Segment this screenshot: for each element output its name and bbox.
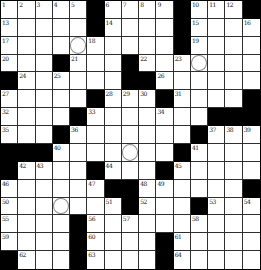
- white-cell[interactable]: [139, 162, 156, 180]
- white-cell[interactable]: [208, 19, 225, 37]
- black-cell: [70, 215, 87, 233]
- white-cell[interactable]: 51: [105, 198, 122, 216]
- clue-number: 16: [244, 19, 251, 26]
- black-cell: [70, 251, 87, 269]
- white-cell[interactable]: [139, 37, 156, 55]
- clue-number: 51: [106, 198, 113, 205]
- black-cell: [1, 251, 18, 269]
- clue-number: 31: [175, 90, 182, 97]
- white-cell[interactable]: [243, 55, 260, 73]
- clue-number: 18: [88, 37, 95, 44]
- white-cell[interactable]: [18, 198, 35, 216]
- white-cell[interactable]: [36, 90, 53, 108]
- clue-number: 13: [2, 19, 9, 26]
- white-cell[interactable]: [53, 215, 70, 233]
- white-cell[interactable]: [53, 198, 70, 216]
- white-cell[interactable]: [208, 55, 225, 73]
- clue-number: 7: [123, 1, 126, 8]
- white-cell[interactable]: [122, 233, 139, 251]
- clue-number: 56: [88, 215, 95, 222]
- white-cell[interactable]: 26: [156, 72, 173, 90]
- white-cell[interactable]: 31: [174, 90, 191, 108]
- white-cell[interactable]: [208, 215, 225, 233]
- white-cell[interactable]: [208, 251, 225, 269]
- white-cell[interactable]: [122, 37, 139, 55]
- white-cell[interactable]: 8: [139, 1, 156, 19]
- white-cell[interactable]: [18, 215, 35, 233]
- white-cell[interactable]: [225, 251, 242, 269]
- white-cell[interactable]: [225, 19, 242, 37]
- white-cell[interactable]: 21: [70, 55, 87, 73]
- white-cell[interactable]: [174, 108, 191, 126]
- white-cell[interactable]: 57: [122, 215, 139, 233]
- white-cell[interactable]: 50: [1, 198, 18, 216]
- clue-number: 38: [226, 126, 233, 133]
- white-cell[interactable]: 1: [1, 1, 18, 19]
- white-cell[interactable]: [139, 144, 156, 162]
- white-cell[interactable]: [243, 162, 260, 180]
- clue-number: 60: [88, 233, 95, 240]
- white-cell[interactable]: [208, 90, 225, 108]
- white-cell[interactable]: [36, 180, 53, 198]
- white-cell[interactable]: [70, 19, 87, 37]
- black-cell: [1, 144, 18, 162]
- white-cell[interactable]: [70, 180, 87, 198]
- white-cell[interactable]: [105, 37, 122, 55]
- white-cell[interactable]: [36, 233, 53, 251]
- white-cell[interactable]: [36, 19, 53, 37]
- white-cell[interactable]: [243, 215, 260, 233]
- white-cell[interactable]: 45: [174, 162, 191, 180]
- clue-number: 15: [192, 19, 199, 26]
- black-cell: [122, 55, 139, 73]
- white-cell[interactable]: [174, 180, 191, 198]
- white-cell[interactable]: [243, 72, 260, 90]
- black-cell: [87, 162, 104, 180]
- black-cell: [174, 144, 191, 162]
- white-cell[interactable]: 58: [191, 215, 208, 233]
- white-cell[interactable]: 43: [36, 162, 53, 180]
- white-cell[interactable]: [70, 144, 87, 162]
- black-cell: [105, 180, 122, 198]
- circle-marker: [70, 37, 86, 54]
- clue-number: 64: [175, 251, 182, 258]
- black-cell: [122, 72, 139, 90]
- white-cell[interactable]: [156, 198, 173, 216]
- white-cell[interactable]: [156, 126, 173, 144]
- black-cell: [87, 1, 104, 19]
- clue-number: 8: [140, 1, 143, 8]
- black-cell: [174, 1, 191, 19]
- white-cell[interactable]: [18, 126, 35, 144]
- white-cell[interactable]: [208, 72, 225, 90]
- clue-number: 47: [88, 180, 95, 187]
- white-cell[interactable]: [191, 162, 208, 180]
- white-cell[interactable]: [18, 55, 35, 73]
- white-cell[interactable]: 49: [156, 180, 173, 198]
- clue-number: 17: [2, 37, 9, 44]
- clue-number: 25: [54, 72, 61, 79]
- white-cell[interactable]: [225, 180, 242, 198]
- black-cell: [87, 90, 104, 108]
- white-cell[interactable]: [122, 19, 139, 37]
- white-cell[interactable]: 16: [243, 19, 260, 37]
- white-cell[interactable]: 7: [122, 1, 139, 19]
- white-cell[interactable]: [156, 37, 173, 55]
- white-cell[interactable]: [225, 90, 242, 108]
- white-cell[interactable]: [105, 126, 122, 144]
- crossword-board: 1234567891011121314151617181920212223242…: [0, 0, 261, 270]
- black-cell: [70, 233, 87, 251]
- clue-number: 55: [2, 215, 9, 222]
- white-cell[interactable]: [174, 198, 191, 216]
- white-cell[interactable]: [122, 251, 139, 269]
- white-cell[interactable]: [225, 198, 242, 216]
- black-cell: [243, 1, 260, 19]
- black-cell: [36, 144, 53, 162]
- white-cell[interactable]: 61: [174, 233, 191, 251]
- white-cell[interactable]: [70, 72, 87, 90]
- white-cell[interactable]: 6: [105, 1, 122, 19]
- white-cell[interactable]: [243, 144, 260, 162]
- white-cell[interactable]: 30: [139, 90, 156, 108]
- white-cell[interactable]: [191, 72, 208, 90]
- white-cell[interactable]: [70, 37, 87, 55]
- clue-number: 61: [175, 233, 182, 240]
- white-cell[interactable]: [36, 126, 53, 144]
- white-cell[interactable]: [53, 180, 70, 198]
- black-cell: [1, 162, 18, 180]
- white-cell[interactable]: [70, 198, 87, 216]
- clue-number: 33: [88, 108, 95, 115]
- white-cell[interactable]: [225, 162, 242, 180]
- white-cell[interactable]: [87, 198, 104, 216]
- clue-number: 58: [192, 215, 199, 222]
- white-cell[interactable]: [36, 215, 53, 233]
- white-cell[interactable]: [191, 233, 208, 251]
- clue-number: 26: [157, 72, 164, 79]
- clue-number: 36: [71, 126, 78, 133]
- white-cell[interactable]: [208, 162, 225, 180]
- white-cell[interactable]: [87, 144, 104, 162]
- white-cell[interactable]: [70, 162, 87, 180]
- white-cell[interactable]: 44: [105, 162, 122, 180]
- black-cell: [243, 108, 260, 126]
- clue-number: 59: [2, 233, 9, 240]
- black-cell: [225, 108, 242, 126]
- clue-number: 19: [192, 37, 199, 44]
- white-cell[interactable]: 34: [156, 108, 173, 126]
- white-cell[interactable]: [18, 90, 35, 108]
- white-cell[interactable]: [156, 55, 173, 73]
- white-cell[interactable]: 56: [87, 215, 104, 233]
- black-cell: [70, 108, 87, 126]
- white-cell[interactable]: 2: [18, 1, 35, 19]
- white-cell[interactable]: [243, 37, 260, 55]
- white-cell[interactable]: 62: [18, 251, 35, 269]
- white-cell[interactable]: [174, 126, 191, 144]
- white-cell[interactable]: [191, 180, 208, 198]
- white-cell[interactable]: [36, 108, 53, 126]
- clue-number: 40: [54, 144, 61, 151]
- clue-number: 34: [157, 108, 164, 115]
- clue-number: 29: [123, 90, 130, 97]
- white-cell[interactable]: [191, 251, 208, 269]
- clue-number: 37: [209, 126, 216, 133]
- white-cell[interactable]: [191, 90, 208, 108]
- white-cell[interactable]: 54: [243, 198, 260, 216]
- clue-number: 45: [175, 162, 182, 169]
- white-cell[interactable]: [156, 215, 173, 233]
- white-cell[interactable]: [225, 215, 242, 233]
- black-cell: [174, 37, 191, 55]
- black-cell: [122, 198, 139, 216]
- white-cell[interactable]: [156, 19, 173, 37]
- black-cell: [243, 180, 260, 198]
- white-cell[interactable]: [105, 108, 122, 126]
- white-cell[interactable]: [87, 72, 104, 90]
- white-cell[interactable]: 17: [1, 37, 18, 55]
- black-cell: [191, 198, 208, 216]
- white-cell[interactable]: 3: [36, 1, 53, 19]
- white-cell[interactable]: [18, 233, 35, 251]
- white-cell[interactable]: [139, 251, 156, 269]
- white-cell[interactable]: [243, 251, 260, 269]
- clue-number: 27: [2, 90, 9, 97]
- clue-number: 3: [37, 1, 40, 8]
- white-cell[interactable]: [53, 162, 70, 180]
- white-cell[interactable]: 27: [1, 90, 18, 108]
- clue-number: 63: [88, 251, 95, 258]
- clue-number: 62: [19, 251, 26, 258]
- white-cell[interactable]: [139, 215, 156, 233]
- white-cell[interactable]: 38: [225, 126, 242, 144]
- white-cell[interactable]: [105, 144, 122, 162]
- clue-number: 46: [2, 180, 9, 187]
- white-cell[interactable]: [174, 215, 191, 233]
- white-cell[interactable]: [18, 37, 35, 55]
- clue-number: 30: [140, 90, 147, 97]
- white-cell[interactable]: 13: [1, 19, 18, 37]
- white-cell[interactable]: [36, 251, 53, 269]
- white-cell[interactable]: [36, 37, 53, 55]
- white-cell[interactable]: 19: [191, 37, 208, 55]
- clue-number: 22: [140, 55, 147, 62]
- white-cell[interactable]: 12: [225, 1, 242, 19]
- black-cell: [139, 72, 156, 90]
- clue-number: 11: [209, 1, 216, 8]
- white-cell[interactable]: [225, 55, 242, 73]
- white-cell[interactable]: 39: [243, 126, 260, 144]
- white-cell[interactable]: [18, 180, 35, 198]
- clue-number: 43: [37, 162, 44, 169]
- white-cell[interactable]: 36: [70, 126, 87, 144]
- white-cell[interactable]: 37: [208, 126, 225, 144]
- clue-number: 4: [54, 1, 57, 8]
- white-cell[interactable]: 10: [191, 1, 208, 19]
- white-cell[interactable]: 28: [105, 90, 122, 108]
- clue-number: 44: [106, 162, 113, 169]
- white-cell[interactable]: [191, 108, 208, 126]
- white-cell[interactable]: [139, 108, 156, 126]
- white-cell[interactable]: [122, 126, 139, 144]
- black-cell: [156, 233, 173, 251]
- clue-number: 28: [106, 90, 113, 97]
- white-cell[interactable]: 5: [70, 1, 87, 19]
- white-cell[interactable]: 46: [1, 180, 18, 198]
- white-cell[interactable]: 23: [174, 55, 191, 73]
- white-cell[interactable]: 20: [1, 55, 18, 73]
- black-cell: [53, 55, 70, 73]
- black-cell: [156, 162, 173, 180]
- white-cell[interactable]: 40: [53, 144, 70, 162]
- white-cell[interactable]: 15: [191, 19, 208, 37]
- white-cell[interactable]: [87, 55, 104, 73]
- white-cell[interactable]: [174, 72, 191, 90]
- clue-number: 48: [140, 180, 147, 187]
- white-cell[interactable]: 53: [208, 198, 225, 216]
- clue-number: 2: [19, 1, 22, 8]
- clue-number: 21: [71, 55, 78, 62]
- white-cell[interactable]: 52: [139, 198, 156, 216]
- white-cell[interactable]: [208, 233, 225, 251]
- white-cell[interactable]: 9: [156, 1, 173, 19]
- black-cell: [208, 108, 225, 126]
- white-cell[interactable]: 41: [191, 144, 208, 162]
- black-cell: [191, 126, 208, 144]
- white-cell[interactable]: [105, 233, 122, 251]
- white-cell[interactable]: 25: [53, 72, 70, 90]
- clue-number: 23: [175, 55, 182, 62]
- white-cell[interactable]: [70, 90, 87, 108]
- white-cell[interactable]: 64: [174, 251, 191, 269]
- white-cell[interactable]: [105, 215, 122, 233]
- white-cell[interactable]: [53, 251, 70, 269]
- white-cell[interactable]: 33: [87, 108, 104, 126]
- black-cell: [53, 126, 70, 144]
- white-cell[interactable]: [225, 37, 242, 55]
- black-cell: [243, 90, 260, 108]
- clue-number: 12: [226, 1, 233, 8]
- white-cell[interactable]: [156, 144, 173, 162]
- clue-number: 35: [2, 126, 9, 133]
- white-cell[interactable]: [36, 72, 53, 90]
- white-cell[interactable]: 63: [87, 251, 104, 269]
- black-cell: [174, 19, 191, 37]
- white-cell[interactable]: [139, 126, 156, 144]
- clue-number: 14: [106, 19, 113, 26]
- black-cell: [18, 144, 35, 162]
- white-cell[interactable]: 35: [1, 126, 18, 144]
- white-cell[interactable]: 32: [1, 108, 18, 126]
- clue-number: 5: [71, 1, 74, 8]
- white-cell[interactable]: [208, 144, 225, 162]
- white-cell[interactable]: [87, 126, 104, 144]
- white-cell[interactable]: [225, 233, 242, 251]
- white-cell[interactable]: [225, 72, 242, 90]
- clue-number: 20: [2, 55, 9, 62]
- white-cell[interactable]: [139, 233, 156, 251]
- clue-number: 9: [157, 1, 160, 8]
- clue-number: 50: [2, 198, 9, 205]
- white-cell[interactable]: 22: [139, 55, 156, 73]
- black-cell: [122, 180, 139, 198]
- white-cell[interactable]: 60: [87, 233, 104, 251]
- white-cell[interactable]: 59: [1, 233, 18, 251]
- white-cell[interactable]: [208, 180, 225, 198]
- white-cell[interactable]: 42: [18, 162, 35, 180]
- clue-number: 54: [244, 198, 251, 205]
- clue-number: 32: [2, 108, 9, 115]
- clue-number: 49: [157, 180, 164, 187]
- circle-marker: [53, 198, 69, 215]
- clue-number: 10: [192, 1, 199, 8]
- clue-number: 57: [123, 215, 130, 222]
- clue-number: 42: [19, 162, 26, 169]
- white-cell[interactable]: 24: [18, 72, 35, 90]
- white-cell[interactable]: 11: [208, 1, 225, 19]
- white-cell[interactable]: [122, 162, 139, 180]
- white-cell[interactable]: [122, 144, 139, 162]
- clue-number: 52: [140, 198, 147, 205]
- white-cell[interactable]: 55: [1, 215, 18, 233]
- white-cell[interactable]: [105, 251, 122, 269]
- black-cell: [87, 19, 104, 37]
- white-cell[interactable]: [105, 55, 122, 73]
- white-cell[interactable]: 47: [87, 180, 104, 198]
- white-cell[interactable]: [18, 108, 35, 126]
- black-cell: [156, 251, 173, 269]
- black-cell: [1, 72, 18, 90]
- white-cell[interactable]: [36, 55, 53, 73]
- white-cell[interactable]: 18: [87, 37, 104, 55]
- clue-number: 6: [106, 1, 109, 8]
- black-cell: [156, 90, 173, 108]
- white-cell[interactable]: [53, 37, 70, 55]
- white-cell[interactable]: 4: [53, 1, 70, 19]
- white-cell[interactable]: 48: [139, 180, 156, 198]
- white-cell[interactable]: [36, 198, 53, 216]
- white-cell[interactable]: [105, 72, 122, 90]
- white-cell[interactable]: [243, 233, 260, 251]
- clue-number: 53: [209, 198, 216, 205]
- white-cell[interactable]: 14: [105, 19, 122, 37]
- white-cell[interactable]: [225, 144, 242, 162]
- white-cell[interactable]: [122, 108, 139, 126]
- circle-marker: [122, 144, 138, 161]
- clue-number: 39: [244, 126, 251, 133]
- white-cell[interactable]: [18, 19, 35, 37]
- white-cell[interactable]: 29: [122, 90, 139, 108]
- white-cell[interactable]: [208, 37, 225, 55]
- white-cell[interactable]: [53, 90, 70, 108]
- clue-number: 24: [19, 72, 26, 79]
- white-cell[interactable]: [53, 108, 70, 126]
- circle-marker: [191, 55, 207, 72]
- white-cell[interactable]: [139, 19, 156, 37]
- white-cell[interactable]: [53, 233, 70, 251]
- white-cell[interactable]: [53, 19, 70, 37]
- clue-number: 1: [2, 1, 5, 8]
- white-cell[interactable]: [191, 55, 208, 73]
- clue-number: 41: [192, 144, 199, 151]
